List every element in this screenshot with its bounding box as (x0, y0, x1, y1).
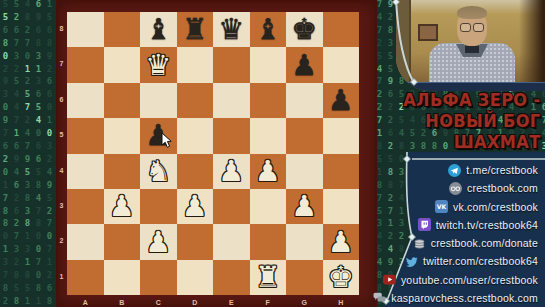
white-pawn-h2[interactable]: ♟ (323, 224, 360, 259)
presenter-glasses (459, 23, 485, 31)
white-pawn-d3[interactable]: ♟ (177, 189, 214, 224)
file-label-B: B (104, 299, 141, 306)
white-pawn-f4[interactable]: ♟ (250, 154, 287, 189)
square-g4[interactable] (286, 154, 323, 189)
file-label-D: D (177, 299, 214, 306)
square-g2[interactable] (286, 224, 323, 259)
file-label-H: H (323, 299, 360, 306)
crestbook-icon (449, 182, 462, 195)
square-f7[interactable] (250, 47, 287, 82)
link-label: t.me/crestbook (466, 164, 538, 176)
square-h4[interactable] (323, 154, 360, 189)
twitch-icon (418, 218, 431, 231)
wall-picture (418, 24, 438, 41)
file-label-F: F (250, 299, 287, 306)
white-pawn-b3[interactable]: ♟ (104, 189, 141, 224)
square-e2[interactable] (213, 224, 250, 259)
link-crestbook-com-donate[interactable]: crestbook.com/donate (383, 234, 545, 252)
donate-icon (413, 237, 426, 250)
square-a7[interactable] (67, 47, 104, 82)
link-label: kasparovchess.crestbook.com (391, 292, 538, 304)
square-a5[interactable] (67, 118, 104, 153)
white-rook-f1[interactable]: ♜ (250, 260, 287, 295)
square-e7[interactable] (213, 47, 250, 82)
youtube-icon (383, 273, 396, 286)
square-h3[interactable] (323, 189, 360, 224)
mouse-cursor (161, 132, 173, 153)
square-b4[interactable] (104, 154, 141, 189)
link-label: crestbook.com/donate (431, 237, 538, 249)
white-knight-c4[interactable]: ♞ (140, 154, 177, 189)
square-h5[interactable] (323, 118, 360, 153)
square-f3[interactable] (250, 189, 287, 224)
square-f6[interactable] (250, 83, 287, 118)
square-a8[interactable] (67, 12, 104, 47)
square-d2[interactable] (177, 224, 214, 259)
square-b8[interactable] (104, 12, 141, 47)
black-rook-d8[interactable]: ♜ (177, 12, 214, 47)
black-bishop-c8[interactable]: ♝ (140, 12, 177, 47)
chat-icon (373, 291, 386, 304)
svg-text:VK: VK (437, 203, 447, 210)
square-c6[interactable] (140, 83, 177, 118)
white-pawn-g3[interactable]: ♟ (286, 189, 323, 224)
black-pawn-g7[interactable]: ♟ (286, 47, 323, 82)
link-twitter-com-crestbook64[interactable]: twitter.com/crestbook64 (383, 252, 545, 270)
square-c3[interactable] (140, 189, 177, 224)
matrix-column: 696831365406658478007081 (33, 0, 44, 307)
black-king-g8[interactable]: ♚ (286, 12, 323, 47)
title-line-2: НОВЫЙ БОГ (404, 111, 541, 132)
square-d6[interactable] (177, 83, 214, 118)
square-a4[interactable] (67, 154, 104, 189)
rank-label-5: 5 (56, 131, 67, 138)
stream-frame: 5568029309762017880137825267325447169462… (0, 0, 545, 307)
square-b7[interactable] (104, 47, 141, 82)
file-label-A: A (67, 299, 104, 306)
link-label: twitter.com/crestbook64 (423, 255, 538, 267)
link-crestbook-com[interactable]: crestbook.com (383, 179, 545, 197)
title-line-1: АЛЬФА ЗЕРО - (404, 90, 541, 111)
file-label-G: G (286, 299, 323, 306)
rank-label-2: 2 (56, 237, 67, 244)
square-g5[interactable] (286, 118, 323, 153)
link-t-me-crestbook[interactable]: t.me/crestbook (383, 161, 545, 179)
matrix-column: 156892660103249527071268 (44, 0, 55, 307)
link-label: vk.com/crestbook (453, 201, 538, 213)
webcam-feed (396, 0, 545, 91)
rank-label-6: 6 (56, 96, 67, 103)
square-e5[interactable] (213, 118, 250, 153)
matrix-column: 482701257247953838131851 (22, 0, 33, 307)
square-b5[interactable] (104, 118, 141, 153)
square-e1[interactable] (213, 260, 250, 295)
square-c1[interactable] (140, 260, 177, 295)
square-a2[interactable] (67, 224, 104, 259)
square-b1[interactable] (104, 260, 141, 295)
black-pawn-h6[interactable]: ♟ (323, 83, 360, 118)
square-e6[interactable] (213, 83, 250, 118)
matrix-column: 526732544716946262732858 (11, 0, 22, 307)
vk-icon: VK (435, 200, 448, 213)
rank-label-8: 8 (56, 25, 67, 32)
file-label-E: E (213, 299, 250, 306)
white-pawn-c2[interactable]: ♟ (140, 224, 177, 259)
rank-label-1: 1 (56, 273, 67, 280)
white-queen-c7[interactable]: ♛ (140, 47, 177, 82)
square-h7[interactable] (323, 47, 360, 82)
square-d5[interactable] (177, 118, 214, 153)
twitter-icon (405, 255, 418, 268)
square-f2[interactable] (250, 224, 287, 259)
file-label-C: C (140, 299, 177, 306)
matrix-column: 556802930976201788013782 (0, 0, 11, 307)
link-twitch-tv-crestbook64[interactable]: twitch.tv/crestbook64 (383, 216, 545, 234)
chess-board: ♝♜♛♝♚♛♟♟♟♞♟♟♟♟♟♟♟♜♚ 87654321ABCDEFGH (56, 0, 377, 307)
square-a3[interactable] (67, 189, 104, 224)
square-e3[interactable] (213, 189, 250, 224)
square-g1[interactable] (286, 260, 323, 295)
rank-label-7: 7 (56, 60, 67, 67)
white-pawn-e4[interactable]: ♟ (213, 154, 250, 189)
square-b6[interactable] (104, 83, 141, 118)
square-d7[interactable] (177, 47, 214, 82)
square-g6[interactable] (286, 83, 323, 118)
link-label: twitch.tv/crestbook64 (436, 219, 538, 231)
telegram-icon (448, 164, 461, 177)
square-d4[interactable] (177, 154, 214, 189)
white-king-h1[interactable]: ♚ (323, 260, 360, 295)
presenter-hair (457, 6, 487, 19)
title-line-3: ШАХМАТ (404, 132, 541, 153)
square-b2[interactable] (104, 224, 141, 259)
link-kasparovchess-crestbook-com[interactable]: kasparovchess.crestbook.com (383, 289, 545, 307)
link-vk-com-crestbook[interactable]: VKvk.com/crestbook (383, 198, 545, 216)
rank-label-4: 4 (56, 167, 67, 174)
link-youtube-com-user-crestbook[interactable]: youtube.com/user/crestbook (383, 271, 545, 289)
square-d1[interactable] (177, 260, 214, 295)
square-a1[interactable] (67, 260, 104, 295)
video-title: АЛЬФА ЗЕРО - НОВЫЙ БОГ ШАХМАТ (404, 90, 541, 153)
square-f5[interactable] (250, 118, 287, 153)
board-squares: ♝♜♛♝♚♛♟♟♟♞♟♟♟♟♟♟♟♜♚ (67, 12, 359, 295)
black-bishop-f8[interactable]: ♝ (250, 12, 287, 47)
rank-label-3: 3 (56, 202, 67, 209)
link-label: crestbook.com (467, 182, 538, 194)
square-a6[interactable] (67, 83, 104, 118)
link-label: youtube.com/user/crestbook (401, 274, 538, 286)
camera-vignette (519, 0, 545, 91)
black-queen-e8[interactable]: ♛ (213, 12, 250, 47)
social-links: t.me/crestbookcrestbook.comVKvk.com/cres… (383, 161, 545, 307)
square-h8[interactable] (323, 12, 360, 47)
